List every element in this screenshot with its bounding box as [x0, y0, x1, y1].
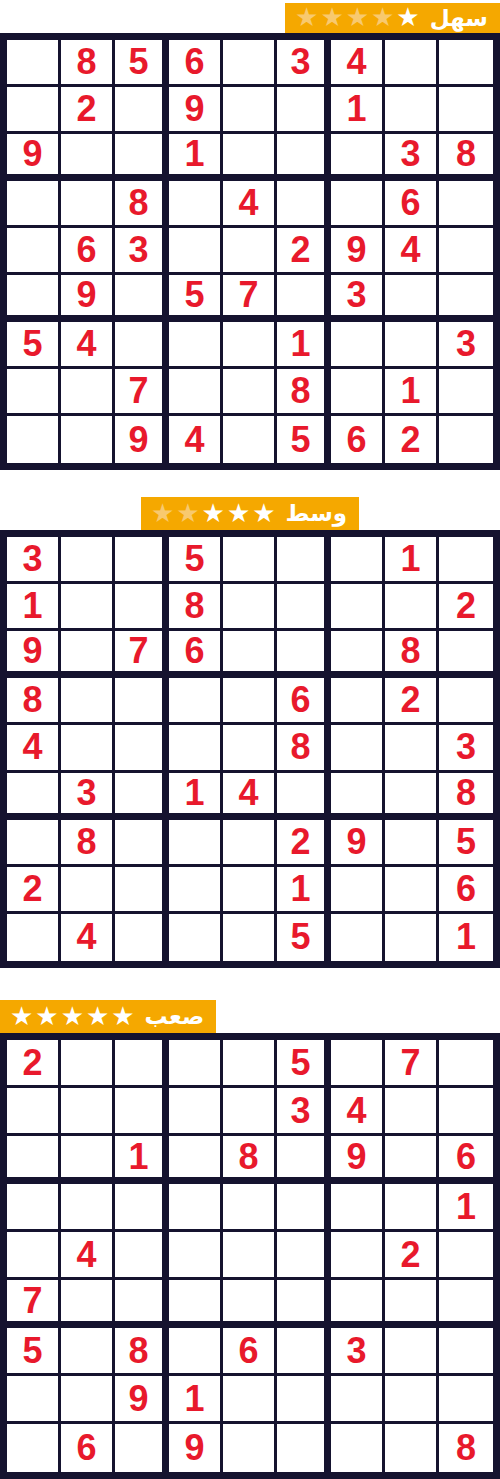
sudoku-cell-r3c8[interactable]: 3 [385, 134, 439, 181]
sudoku-cell-r7c8[interactable] [385, 1328, 439, 1376]
sudoku-cell-r4c1[interactable]: 8 [7, 678, 61, 725]
sudoku-cell-r2c9[interactable] [439, 87, 493, 134]
sudoku-cell-r7c7[interactable]: 9 [331, 820, 385, 867]
difficulty-header-hard: ★★★★★ صعب [0, 1000, 216, 1033]
sudoku-cell-r8c5[interactable] [223, 867, 277, 914]
sudoku-cell-r9c3[interactable]: 9 [115, 416, 169, 463]
sudoku-grid-easy: 856342919138846632949573541378194562 [0, 33, 500, 470]
sudoku-cell-r9c2[interactable]: 6 [61, 1424, 115, 1472]
sudoku-cell-r5c8[interactable]: 2 [385, 1232, 439, 1280]
sudoku-cell-r5c7[interactable]: 9 [331, 228, 385, 275]
sudoku-cell-r9c7[interactable]: 6 [331, 416, 385, 463]
sudoku-cell-r4c6[interactable]: 6 [277, 678, 331, 725]
sudoku-cell-r3c8[interactable] [385, 1136, 439, 1184]
sudoku-cell-r5c4[interactable] [169, 228, 223, 275]
sudoku-cell-r2c5[interactable] [223, 584, 277, 631]
sudoku-grid-medium: 351182976886248331488295216451 [0, 530, 500, 968]
difficulty-label-easy: سهل [430, 7, 488, 30]
sudoku-cell-r8c5[interactable] [223, 369, 277, 416]
sudoku-cell-r2c7[interactable]: 4 [331, 1088, 385, 1136]
sudoku-cell-r5c9[interactable] [439, 228, 493, 275]
sudoku-cell-r8c7[interactable] [331, 867, 385, 914]
star-icon-empty: ★ [151, 500, 174, 526]
sudoku-cell-r8c9[interactable]: 6 [439, 867, 493, 914]
sudoku-cell-r2c5[interactable] [223, 1088, 277, 1136]
sudoku-cell-r7c1[interactable] [7, 820, 61, 867]
sudoku-cell-r6c2[interactable] [61, 1280, 115, 1328]
sudoku-cell-r3c4[interactable] [169, 1136, 223, 1184]
star-icon-filled: ★ [396, 4, 419, 30]
sudoku-cell-r6c9[interactable] [439, 275, 493, 322]
sudoku-cell-r5c4[interactable] [169, 725, 223, 772]
sudoku-cell-r4c2[interactable] [61, 1184, 115, 1232]
sudoku-cell-r3c2[interactable] [61, 134, 115, 181]
sudoku-cell-r6c3[interactable] [115, 1280, 169, 1328]
sudoku-cell-r1c7[interactable] [331, 1040, 385, 1088]
sudoku-cell-r4c3[interactable] [115, 1184, 169, 1232]
sudoku-cell-r7c1[interactable]: 5 [7, 322, 61, 369]
sudoku-cell-r1c8[interactable]: 1 [385, 537, 439, 584]
sudoku-cell-r9c2[interactable] [61, 416, 115, 463]
sudoku-cell-r4c7[interactable] [331, 678, 385, 725]
star-icon-empty: ★ [371, 4, 394, 30]
sudoku-cell-r9c2[interactable]: 4 [61, 914, 115, 961]
sudoku-cell-r9c4[interactable] [169, 914, 223, 961]
sudoku-cell-r8c5[interactable] [223, 1376, 277, 1424]
sudoku-cell-r6c5[interactable]: 4 [223, 773, 277, 820]
sudoku-cell-r8c6[interactable]: 1 [277, 867, 331, 914]
sudoku-cell-r1c6[interactable] [277, 537, 331, 584]
sudoku-cell-r6c2[interactable]: 9 [61, 275, 115, 322]
sudoku-cell-r4c4[interactable] [169, 181, 223, 228]
sudoku-cell-r1c3[interactable]: 5 [115, 40, 169, 87]
star-icon-filled: ★ [86, 1003, 109, 1029]
sudoku-cell-r2c6[interactable]: 3 [277, 1088, 331, 1136]
sudoku-cell-r3c1[interactable]: 9 [7, 631, 61, 678]
difficulty-header-easy: ★★★★★ سهل [285, 3, 500, 33]
sudoku-cell-r7c4[interactable] [169, 820, 223, 867]
sudoku-cell-r2c4[interactable]: 9 [169, 87, 223, 134]
sudoku-cell-r4c1[interactable] [7, 1184, 61, 1232]
sudoku-cell-r6c6[interactable] [277, 1280, 331, 1328]
sudoku-cell-r5c1[interactable] [7, 228, 61, 275]
star-icon-filled: ★ [252, 500, 275, 526]
sudoku-cell-r7c7[interactable] [331, 322, 385, 369]
sudoku-cell-r8c3[interactable] [115, 867, 169, 914]
difficulty-header-medium: ★★★★★ وسط [141, 497, 359, 530]
sudoku-cell-r7c4[interactable] [169, 1328, 223, 1376]
star-icon-filled: ★ [227, 500, 250, 526]
sudoku-cell-r1c4[interactable]: 6 [169, 40, 223, 87]
sudoku-cell-r1c9[interactable] [439, 537, 493, 584]
sudoku-cell-r1c4[interactable]: 5 [169, 537, 223, 584]
sudoku-cell-r2c8[interactable] [385, 584, 439, 631]
sudoku-cell-r3c3[interactable]: 7 [115, 631, 169, 678]
star-icon-filled: ★ [10, 1003, 33, 1029]
sudoku-cell-r4c4[interactable] [169, 678, 223, 725]
sudoku-cell-r1c4[interactable] [169, 1040, 223, 1088]
sudoku-cell-r3c2[interactable] [61, 631, 115, 678]
sudoku-cell-r5c8[interactable] [385, 725, 439, 772]
sudoku-cell-r3c9[interactable]: 6 [439, 1136, 493, 1184]
sudoku-cell-r2c2[interactable] [61, 1088, 115, 1136]
sudoku-cell-r1c9[interactable] [439, 1040, 493, 1088]
sudoku-cell-r1c2[interactable] [61, 1040, 115, 1088]
sudoku-cell-r6c4[interactable]: 1 [169, 773, 223, 820]
sudoku-cell-r6c1[interactable] [7, 275, 61, 322]
sudoku-cell-r5c3[interactable]: 3 [115, 228, 169, 275]
sudoku-cell-r1c2[interactable]: 8 [61, 40, 115, 87]
sudoku-cell-r1c3[interactable] [115, 537, 169, 584]
sudoku-cell-r2c8[interactable] [385, 87, 439, 134]
sudoku-cell-r6c2[interactable]: 3 [61, 773, 115, 820]
sudoku-cell-r3c6[interactable] [277, 631, 331, 678]
sudoku-cell-r4c8[interactable] [385, 1184, 439, 1232]
sudoku-cell-r6c9[interactable] [439, 1280, 493, 1328]
difficulty-stars-medium: ★★★★★ [151, 501, 276, 527]
sudoku-cell-r9c3[interactable] [115, 1424, 169, 1472]
sudoku-cell-r7c2[interactable] [61, 1328, 115, 1376]
sudoku-cell-r3c5[interactable]: 8 [223, 1136, 277, 1184]
sudoku-cell-r1c5[interactable] [223, 1040, 277, 1088]
sudoku-cell-r8c8[interactable] [385, 1376, 439, 1424]
sudoku-cell-r3c6[interactable] [277, 134, 331, 181]
sudoku-cell-r7c3[interactable]: 8 [115, 1328, 169, 1376]
sudoku-cell-r2c6[interactable] [277, 584, 331, 631]
sudoku-cell-r8c4[interactable] [169, 369, 223, 416]
sudoku-cell-r7c6[interactable] [277, 1328, 331, 1376]
sudoku-cell-r5c7[interactable] [331, 725, 385, 772]
sudoku-cell-r6c7[interactable]: 3 [331, 275, 385, 322]
sudoku-cell-r7c5[interactable]: 6 [223, 1328, 277, 1376]
sudoku-cell-r1c1[interactable]: 2 [7, 1040, 61, 1088]
sudoku-cell-r3c6[interactable] [277, 1136, 331, 1184]
sudoku-cell-r4c8[interactable]: 2 [385, 678, 439, 725]
sudoku-cell-r4c7[interactable] [331, 181, 385, 228]
sudoku-cell-r6c3[interactable] [115, 773, 169, 820]
sudoku-cell-r5c3[interactable] [115, 725, 169, 772]
sudoku-cell-r4c5[interactable] [223, 678, 277, 725]
sudoku-cell-r6c4[interactable]: 5 [169, 275, 223, 322]
sudoku-cell-r1c1[interactable]: 3 [7, 537, 61, 584]
sudoku-cell-r3c9[interactable]: 8 [439, 134, 493, 181]
sudoku-cell-r7c9[interactable] [439, 1328, 493, 1376]
difficulty-label-hard: صعب [145, 1005, 205, 1028]
sudoku-cell-r6c7[interactable] [331, 1280, 385, 1328]
sudoku-cell-r1c1[interactable] [7, 40, 61, 87]
sudoku-cell-r8c2[interactable] [61, 1376, 115, 1424]
sudoku-cell-r7c9[interactable]: 3 [439, 322, 493, 369]
sudoku-cell-r7c6[interactable]: 1 [277, 322, 331, 369]
sudoku-cell-r3c7[interactable] [331, 134, 385, 181]
sudoku-cell-r7c4[interactable] [169, 322, 223, 369]
sudoku-cell-r2c8[interactable] [385, 1088, 439, 1136]
sudoku-cell-r3c3[interactable] [115, 134, 169, 181]
sudoku-cell-r8c4[interactable] [169, 867, 223, 914]
sudoku-cell-r1c9[interactable] [439, 40, 493, 87]
sudoku-cell-r3c1[interactable]: 9 [7, 134, 61, 181]
sudoku-cell-r2c1[interactable]: 1 [7, 584, 61, 631]
sudoku-cell-r5c2[interactable]: 6 [61, 228, 115, 275]
sudoku-cell-r7c3[interactable] [115, 820, 169, 867]
sudoku-cell-r3c9[interactable] [439, 631, 493, 678]
sudoku-cell-r6c8[interactable] [385, 1280, 439, 1328]
sudoku-cell-r5c9[interactable]: 3 [439, 725, 493, 772]
sudoku-cell-r8c2[interactable] [61, 867, 115, 914]
sudoku-cell-r8c9[interactable] [439, 369, 493, 416]
sudoku-cell-r8c1[interactable] [7, 369, 61, 416]
sudoku-cell-r5c2[interactable]: 4 [61, 1232, 115, 1280]
difficulty-label-medium: وسط [286, 502, 348, 525]
sudoku-cell-r8c2[interactable] [61, 369, 115, 416]
sudoku-cell-r1c3[interactable] [115, 1040, 169, 1088]
sudoku-cell-r6c8[interactable] [385, 773, 439, 820]
sudoku-cell-r8c3[interactable]: 7 [115, 369, 169, 416]
sudoku-cell-r4c3[interactable] [115, 678, 169, 725]
sudoku-cell-r4c4[interactable] [169, 1184, 223, 1232]
sudoku-cell-r2c3[interactable] [115, 1088, 169, 1136]
sudoku-cell-r1c8[interactable] [385, 40, 439, 87]
sudoku-cell-r1c7[interactable]: 4 [331, 40, 385, 87]
sudoku-cell-r8c8[interactable]: 1 [385, 369, 439, 416]
sudoku-cell-r3c5[interactable] [223, 631, 277, 678]
sudoku-cell-r3c3[interactable]: 1 [115, 1136, 169, 1184]
sudoku-cell-r6c3[interactable] [115, 275, 169, 322]
difficulty-stars-hard: ★★★★★ [10, 1004, 135, 1030]
sudoku-grid-hard: 2573418961427586391698 [0, 1033, 500, 1479]
sudoku-cell-r9c3[interactable] [115, 914, 169, 961]
sudoku-cell-r9c9[interactable]: 1 [439, 914, 493, 961]
sudoku-cell-r6c6[interactable] [277, 275, 331, 322]
sudoku-cell-r5c5[interactable] [223, 228, 277, 275]
sudoku-cell-r3c1[interactable] [7, 1136, 61, 1184]
sudoku-cell-r4c7[interactable] [331, 1184, 385, 1232]
sudoku-cell-r6c5[interactable]: 7 [223, 275, 277, 322]
sudoku-cell-r2c5[interactable] [223, 87, 277, 134]
sudoku-cell-r2c3[interactable] [115, 584, 169, 631]
sudoku-cell-r2c3[interactable] [115, 87, 169, 134]
sudoku-cell-r2c1[interactable] [7, 87, 61, 134]
sudoku-cell-r9c9[interactable]: 8 [439, 1424, 493, 1472]
sudoku-cell-r5c9[interactable] [439, 1232, 493, 1280]
sudoku-cell-r1c2[interactable] [61, 537, 115, 584]
sudoku-cell-r4c3[interactable]: 8 [115, 181, 169, 228]
sudoku-cell-r6c1[interactable]: 7 [7, 1280, 61, 1328]
sudoku-cell-r5c5[interactable] [223, 725, 277, 772]
sudoku-cell-r3c4[interactable]: 6 [169, 631, 223, 678]
sudoku-cell-r9c1[interactable] [7, 1424, 61, 1472]
sudoku-cell-r2c9[interactable]: 2 [439, 584, 493, 631]
star-icon-empty: ★ [346, 4, 369, 30]
sudoku-cell-r9c1[interactable] [7, 914, 61, 961]
sudoku-cell-r2c2[interactable] [61, 584, 115, 631]
sudoku-cell-r2c4[interactable]: 8 [169, 584, 223, 631]
sudoku-cell-r9c6[interactable]: 5 [277, 416, 331, 463]
sudoku-cell-r1c5[interactable] [223, 40, 277, 87]
sudoku-cell-r9c4[interactable]: 9 [169, 1424, 223, 1472]
sudoku-cell-r9c6[interactable] [277, 1424, 331, 1472]
sudoku-cell-r9c8[interactable] [385, 1424, 439, 1472]
sudoku-cell-r5c1[interactable]: 4 [7, 725, 61, 772]
sudoku-cell-r5c6[interactable]: 8 [277, 725, 331, 772]
sudoku-cell-r9c7[interactable] [331, 1424, 385, 1472]
sudoku-cell-r3c2[interactable] [61, 1136, 115, 1184]
sudoku-cell-r6c5[interactable] [223, 1280, 277, 1328]
sudoku-cell-r7c3[interactable] [115, 322, 169, 369]
sudoku-cell-r7c9[interactable]: 5 [439, 820, 493, 867]
sudoku-cell-r9c8[interactable] [385, 914, 439, 961]
sudoku-cell-r7c5[interactable] [223, 820, 277, 867]
sudoku-cell-r1c8[interactable]: 7 [385, 1040, 439, 1088]
sudoku-cell-r8c8[interactable] [385, 867, 439, 914]
sudoku-cell-r7c2[interactable]: 4 [61, 322, 115, 369]
sudoku-cell-r9c5[interactable] [223, 1424, 277, 1472]
sudoku-cell-r6c7[interactable] [331, 773, 385, 820]
sudoku-cell-r5c1[interactable] [7, 1232, 61, 1280]
sudoku-cell-r2c7[interactable]: 1 [331, 87, 385, 134]
sudoku-cell-r6c9[interactable]: 8 [439, 773, 493, 820]
sudoku-cell-r4c5[interactable] [223, 1184, 277, 1232]
sudoku-cell-r8c6[interactable]: 8 [277, 369, 331, 416]
sudoku-cell-r5c4[interactable] [169, 1232, 223, 1280]
sudoku-cell-r4c8[interactable]: 6 [385, 181, 439, 228]
star-icon-empty: ★ [295, 4, 318, 30]
sudoku-cell-r2c4[interactable] [169, 1088, 223, 1136]
sudoku-cell-r9c4[interactable]: 4 [169, 416, 223, 463]
sudoku-cell-r1c6[interactable]: 5 [277, 1040, 331, 1088]
sudoku-cell-r9c1[interactable] [7, 416, 61, 463]
sudoku-cell-r5c5[interactable] [223, 1232, 277, 1280]
sudoku-cell-r7c7[interactable]: 3 [331, 1328, 385, 1376]
sudoku-cell-r9c7[interactable] [331, 914, 385, 961]
sudoku-cell-r3c7[interactable]: 9 [331, 1136, 385, 1184]
star-icon-filled: ★ [202, 500, 225, 526]
sudoku-cell-r7c6[interactable]: 2 [277, 820, 331, 867]
sudoku-cell-r6c8[interactable] [385, 275, 439, 322]
sudoku-cell-r8c9[interactable] [439, 1376, 493, 1424]
sudoku-cell-r9c5[interactable] [223, 416, 277, 463]
star-icon-empty: ★ [176, 500, 199, 526]
sudoku-cell-r7c8[interactable] [385, 322, 439, 369]
sudoku-cell-r4c2[interactable] [61, 678, 115, 725]
sudoku-cell-r6c6[interactable] [277, 773, 331, 820]
sudoku-cell-r4c5[interactable]: 4 [223, 181, 277, 228]
sudoku-cell-r8c1[interactable]: 2 [7, 867, 61, 914]
sudoku-cell-r9c8[interactable]: 2 [385, 416, 439, 463]
star-icon-filled: ★ [61, 1003, 84, 1029]
sudoku-cell-r8c3[interactable]: 9 [115, 1376, 169, 1424]
sudoku-cell-r2c1[interactable] [7, 1088, 61, 1136]
sudoku-cell-r8c7[interactable] [331, 369, 385, 416]
sudoku-cell-r2c2[interactable]: 2 [61, 87, 115, 134]
sudoku-cell-r4c9[interactable] [439, 678, 493, 725]
sudoku-cell-r2c6[interactable] [277, 87, 331, 134]
sudoku-cell-r1c5[interactable] [223, 537, 277, 584]
sudoku-cell-r7c8[interactable] [385, 820, 439, 867]
sudoku-cell-r1c7[interactable] [331, 537, 385, 584]
sudoku-cell-r5c8[interactable]: 4 [385, 228, 439, 275]
sudoku-cell-r5c3[interactable] [115, 1232, 169, 1280]
sudoku-cell-r6c4[interactable] [169, 1280, 223, 1328]
sudoku-cell-r5c6[interactable] [277, 1232, 331, 1280]
sudoku-cell-r5c2[interactable] [61, 725, 115, 772]
sudoku-cell-r4c9[interactable] [439, 181, 493, 228]
sudoku-cell-r8c4[interactable]: 1 [169, 1376, 223, 1424]
sudoku-cell-r4c9[interactable]: 1 [439, 1184, 493, 1232]
sudoku-cell-r2c9[interactable] [439, 1088, 493, 1136]
sudoku-cell-r4c1[interactable] [7, 181, 61, 228]
sudoku-cell-r1c6[interactable]: 3 [277, 40, 331, 87]
sudoku-cell-r3c4[interactable]: 1 [169, 134, 223, 181]
sudoku-cell-r4c6[interactable] [277, 181, 331, 228]
star-icon-filled: ★ [111, 1003, 134, 1029]
sudoku-cell-r8c7[interactable] [331, 1376, 385, 1424]
sudoku-cell-r4c6[interactable] [277, 1184, 331, 1232]
sudoku-cell-r5c6[interactable]: 2 [277, 228, 331, 275]
sudoku-cell-r5c7[interactable] [331, 1232, 385, 1280]
sudoku-cell-r4c2[interactable] [61, 181, 115, 228]
star-icon-empty: ★ [320, 4, 343, 30]
sudoku-cell-r3c7[interactable] [331, 631, 385, 678]
sudoku-cell-r3c5[interactable] [223, 134, 277, 181]
sudoku-cell-r8c6[interactable] [277, 1376, 331, 1424]
sudoku-page: ★★★★★ سهل 856342919138846632949573541378… [0, 3, 500, 1479]
star-icon-filled: ★ [35, 1003, 58, 1029]
sudoku-cell-r3c8[interactable]: 8 [385, 631, 439, 678]
sudoku-cell-r9c6[interactable]: 5 [277, 914, 331, 961]
sudoku-cell-r7c1[interactable]: 5 [7, 1328, 61, 1376]
sudoku-cell-r8c1[interactable] [7, 1376, 61, 1424]
sudoku-cell-r2c7[interactable] [331, 584, 385, 631]
sudoku-cell-r9c5[interactable] [223, 914, 277, 961]
sudoku-cell-r6c1[interactable] [7, 773, 61, 820]
sudoku-cell-r7c5[interactable] [223, 322, 277, 369]
sudoku-cell-r7c2[interactable]: 8 [61, 820, 115, 867]
sudoku-cell-r9c9[interactable] [439, 416, 493, 463]
difficulty-stars-easy: ★★★★★ [295, 5, 420, 31]
